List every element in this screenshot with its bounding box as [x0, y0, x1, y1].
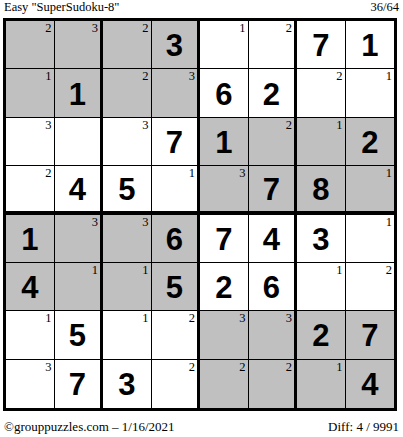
given-digit: 4	[361, 367, 378, 400]
clue-counter: 36/64	[371, 0, 399, 15]
cell-r1c5[interactable]: 1	[200, 21, 249, 69]
given-digit: 5	[166, 270, 183, 303]
pencil-mark: 2	[386, 263, 392, 277]
cell-r1c8[interactable]: 1	[346, 21, 395, 69]
pencil-mark: 3	[45, 118, 51, 132]
pencil-mark: 3	[45, 360, 51, 374]
cell-r4c4[interactable]: 1	[152, 166, 201, 214]
cell-r1c4[interactable]: 3	[152, 21, 201, 69]
pencil-mark: 1	[92, 263, 98, 277]
pencil-mark: 2	[45, 166, 51, 180]
cell-r2c1[interactable]: 1	[6, 69, 55, 117]
cell-r4c5[interactable]: 3	[200, 166, 249, 214]
pencil-mark: 2	[142, 21, 148, 35]
given-digit: 7	[263, 172, 280, 205]
cell-r7c3[interactable]: 1	[103, 311, 152, 359]
given-digit: 1	[21, 222, 38, 255]
pencil-mark: 3	[92, 215, 98, 229]
pencil-mark: 1	[336, 360, 342, 374]
cell-r8c8[interactable]: 4	[346, 360, 395, 408]
page-header: Easy "SuperSudoku-8" 36/64	[4, 0, 399, 16]
given-digit: 7	[215, 222, 232, 255]
given-digit: 2	[215, 270, 232, 303]
cell-r1c3[interactable]: 2	[103, 21, 152, 69]
pencil-mark: 1	[386, 69, 392, 83]
given-digit: 1	[215, 125, 232, 158]
cell-r7c5[interactable]: 3	[200, 311, 249, 359]
cell-r1c6[interactable]: 2	[249, 21, 298, 69]
given-digit: 8	[312, 172, 329, 205]
cell-r6c8[interactable]: 2	[346, 263, 395, 311]
given-digit: 3	[312, 222, 329, 255]
pencil-mark: 2	[286, 360, 292, 374]
pencil-mark: 1	[386, 166, 392, 180]
cell-r3c3[interactable]: 3	[103, 118, 152, 166]
cell-r4c8[interactable]: 1	[346, 166, 395, 214]
cell-r3c8[interactable]: 2	[346, 118, 395, 166]
puzzle-title: Easy "SuperSudoku-8"	[4, 0, 119, 15]
cell-r3c5[interactable]: 1	[200, 118, 249, 166]
given-digit: 5	[118, 172, 135, 205]
cell-r3c4[interactable]: 7	[152, 118, 201, 166]
cell-r6c7[interactable]: 1	[297, 263, 346, 311]
given-digit: 6	[215, 77, 232, 110]
sudoku-grid: 2323127111236221337121224513781133674314…	[3, 18, 397, 411]
given-digit: 1	[69, 77, 86, 110]
cell-r8c7[interactable]: 1	[297, 360, 346, 408]
cell-r8c3[interactable]: 3	[103, 360, 152, 408]
cell-r8c1[interactable]: 3	[6, 360, 55, 408]
pencil-mark: 1	[386, 215, 392, 229]
given-digit: 4	[21, 270, 38, 303]
cell-r6c3[interactable]: 1	[103, 263, 152, 311]
pencil-mark: 3	[239, 311, 245, 325]
cell-r2c3[interactable]: 2	[103, 69, 152, 117]
pencil-mark: 1	[189, 166, 195, 180]
given-digit: 6	[166, 222, 183, 255]
cell-r8c2[interactable]: 7	[55, 360, 104, 408]
pencil-mark: 1	[239, 21, 245, 35]
cell-r6c4[interactable]: 5	[152, 263, 201, 311]
cell-r7c6[interactable]: 3	[249, 311, 298, 359]
copyright-date: ©grouppuzzles.com – 1/16/2021	[4, 419, 175, 434]
given-digit: 6	[263, 270, 280, 303]
pencil-mark: 2	[189, 311, 195, 325]
pencil-mark: 2	[142, 69, 148, 83]
cell-r6c5[interactable]: 2	[200, 263, 249, 311]
given-digit: 1	[361, 28, 378, 61]
cell-r1c1[interactable]: 2	[6, 21, 55, 69]
pencil-mark: 1	[142, 263, 148, 277]
pencil-mark: 3	[189, 69, 195, 83]
pencil-mark: 2	[336, 69, 342, 83]
cell-r2c5[interactable]: 6	[200, 69, 249, 117]
pencil-mark: 3	[239, 166, 245, 180]
cell-r6c2[interactable]: 1	[55, 263, 104, 311]
cell-r2c7[interactable]: 2	[297, 69, 346, 117]
cell-r5c3[interactable]: 3	[103, 215, 152, 263]
cell-r5c7[interactable]: 3	[297, 215, 346, 263]
difficulty-rating: Diff: 4 / 9991	[328, 419, 399, 434]
pencil-mark: 1	[45, 311, 51, 325]
pencil-mark: 1	[142, 311, 148, 325]
given-digit: 5	[69, 318, 86, 351]
cell-r3c1[interactable]: 3	[6, 118, 55, 166]
cell-r2c8[interactable]: 1	[346, 69, 395, 117]
cell-r2c4[interactable]: 3	[152, 69, 201, 117]
cell-r8c4[interactable]: 2	[152, 360, 201, 408]
given-digit: 7	[166, 125, 183, 158]
given-digit: 7	[312, 28, 329, 61]
page-footer: ©grouppuzzles.com – 1/16/2021 Diff: 4 / …	[4, 418, 399, 434]
given-digit: 7	[361, 318, 378, 351]
given-digit: 4	[69, 172, 86, 205]
cell-r1c7[interactable]: 7	[297, 21, 346, 69]
cell-r8c5[interactable]: 2	[200, 360, 249, 408]
pencil-mark: 2	[189, 360, 195, 374]
cell-r2c6[interactable]: 2	[249, 69, 298, 117]
cell-r5c4[interactable]: 6	[152, 215, 201, 263]
pencil-mark: 3	[142, 118, 148, 132]
cell-r3c6[interactable]: 2	[249, 118, 298, 166]
given-digit: 3	[118, 367, 135, 400]
pencil-mark: 2	[239, 360, 245, 374]
given-digit: 2	[312, 318, 329, 351]
cell-r7c8[interactable]: 7	[346, 311, 395, 359]
pencil-mark: 3	[92, 21, 98, 35]
given-digit: 4	[263, 222, 280, 255]
cell-r5c5[interactable]: 7	[200, 215, 249, 263]
cell-r7c1[interactable]: 1	[6, 311, 55, 359]
given-digit: 2	[263, 77, 280, 110]
pencil-mark: 3	[286, 311, 292, 325]
cell-r4c7[interactable]: 8	[297, 166, 346, 214]
pencil-mark: 1	[336, 263, 342, 277]
cell-r8c6[interactable]: 2	[249, 360, 298, 408]
cell-r4c1[interactable]: 2	[6, 166, 55, 214]
cell-r4c3[interactable]: 5	[103, 166, 152, 214]
cell-r6c1[interactable]: 4	[6, 263, 55, 311]
cell-r4c6[interactable]: 7	[249, 166, 298, 214]
cell-r3c7[interactable]: 1	[297, 118, 346, 166]
cell-r6c6[interactable]: 6	[249, 263, 298, 311]
pencil-mark: 2	[45, 21, 51, 35]
pencil-mark: 2	[286, 21, 292, 35]
cell-r5c2[interactable]: 3	[55, 215, 104, 263]
cell-r4c2[interactable]: 4	[55, 166, 104, 214]
cell-r5c6[interactable]: 4	[249, 215, 298, 263]
cell-r5c8[interactable]: 1	[346, 215, 395, 263]
cell-r7c2[interactable]: 5	[55, 311, 104, 359]
pencil-mark: 1	[336, 118, 342, 132]
pencil-mark: 1	[45, 69, 51, 83]
cell-r2c2[interactable]: 1	[55, 69, 104, 117]
cell-r3c2[interactable]	[55, 118, 104, 166]
given-digit: 7	[69, 367, 86, 400]
cell-r5c1[interactable]: 1	[6, 215, 55, 263]
cell-r1c2[interactable]: 3	[55, 21, 104, 69]
given-digit: 3	[166, 28, 183, 61]
pencil-mark: 3	[142, 215, 148, 229]
pencil-mark: 2	[286, 118, 292, 132]
cell-r7c4[interactable]: 2	[152, 311, 201, 359]
given-digit: 2	[361, 125, 378, 158]
cell-r7c7[interactable]: 2	[297, 311, 346, 359]
